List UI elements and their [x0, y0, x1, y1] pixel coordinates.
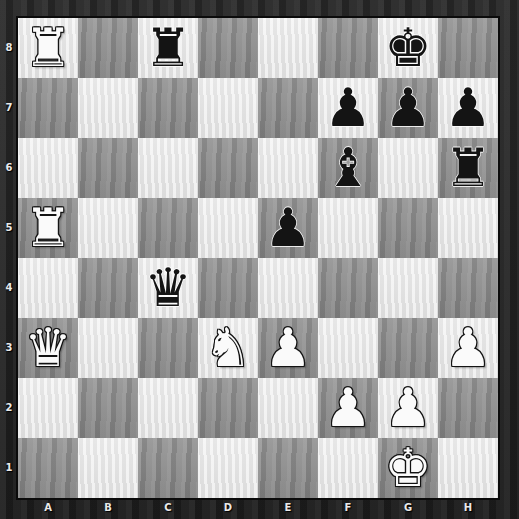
square-g7[interactable]: ♟ [378, 78, 438, 138]
square-e5[interactable]: ♟ [258, 198, 318, 258]
square-h3[interactable]: ♟ [438, 318, 498, 378]
square-e3[interactable]: ♟ [258, 318, 318, 378]
piece-black-pawn-f7[interactable]: ♟ [324, 78, 372, 138]
square-h6[interactable]: ♜ [438, 138, 498, 198]
file-label-c: C [138, 498, 198, 519]
square-a5[interactable]: ♜ [18, 198, 78, 258]
square-h1[interactable] [438, 438, 498, 498]
square-b7[interactable] [78, 78, 138, 138]
piece-white-rook-a8[interactable]: ♜ [24, 18, 72, 78]
square-d7[interactable] [198, 78, 258, 138]
square-g2[interactable]: ♟ [378, 378, 438, 438]
square-c5[interactable] [138, 198, 198, 258]
square-a6[interactable] [18, 138, 78, 198]
square-a3[interactable]: ♛ [18, 318, 78, 378]
rank-label-8: 8 [0, 18, 18, 78]
piece-black-pawn-h7[interactable]: ♟ [444, 78, 492, 138]
square-c7[interactable] [138, 78, 198, 138]
square-c2[interactable] [138, 378, 198, 438]
piece-white-rook-a5[interactable]: ♜ [24, 198, 72, 258]
file-label-h: H [438, 498, 498, 519]
file-label-b: B [78, 498, 138, 519]
piece-white-pawn-h3[interactable]: ♟ [444, 318, 492, 378]
square-d8[interactable] [198, 18, 258, 78]
square-c3[interactable] [138, 318, 198, 378]
square-f8[interactable] [318, 18, 378, 78]
square-a1[interactable] [18, 438, 78, 498]
piece-white-pawn-e3[interactable]: ♟ [264, 318, 312, 378]
rank-label-2: 2 [0, 378, 18, 438]
piece-black-bishop-f6[interactable]: ♝ [324, 138, 372, 198]
square-f7[interactable]: ♟ [318, 78, 378, 138]
square-d3[interactable]: ♞ [198, 318, 258, 378]
rank-label-4: 4 [0, 258, 18, 318]
square-g3[interactable] [378, 318, 438, 378]
square-a4[interactable] [18, 258, 78, 318]
square-f6[interactable]: ♝ [318, 138, 378, 198]
square-d6[interactable] [198, 138, 258, 198]
square-e1[interactable] [258, 438, 318, 498]
square-c8[interactable]: ♜ [138, 18, 198, 78]
square-g5[interactable] [378, 198, 438, 258]
piece-white-pawn-g2[interactable]: ♟ [384, 378, 432, 438]
piece-black-queen-c4[interactable]: ♛ [144, 258, 192, 318]
square-g4[interactable] [378, 258, 438, 318]
square-f5[interactable] [318, 198, 378, 258]
square-g8[interactable]: ♚ [378, 18, 438, 78]
square-b1[interactable] [78, 438, 138, 498]
square-d5[interactable] [198, 198, 258, 258]
square-h7[interactable]: ♟ [438, 78, 498, 138]
rank-label-5: 5 [0, 198, 18, 258]
rank-label-1: 1 [0, 438, 18, 498]
file-label-g: G [378, 498, 438, 519]
square-h4[interactable] [438, 258, 498, 318]
square-b2[interactable] [78, 378, 138, 438]
square-e7[interactable] [258, 78, 318, 138]
piece-black-pawn-e5[interactable]: ♟ [264, 198, 312, 258]
square-c1[interactable] [138, 438, 198, 498]
square-b3[interactable] [78, 318, 138, 378]
rank-label-6: 6 [0, 138, 18, 198]
square-e2[interactable] [258, 378, 318, 438]
square-b8[interactable] [78, 18, 138, 78]
square-g1[interactable]: ♚ [378, 438, 438, 498]
file-label-e: E [258, 498, 318, 519]
square-f1[interactable] [318, 438, 378, 498]
square-g6[interactable] [378, 138, 438, 198]
square-e8[interactable] [258, 18, 318, 78]
square-a7[interactable] [18, 78, 78, 138]
square-c6[interactable] [138, 138, 198, 198]
square-f3[interactable] [318, 318, 378, 378]
square-b6[interactable] [78, 138, 138, 198]
piece-white-king-g1[interactable]: ♚ [384, 438, 432, 498]
piece-white-pawn-f2[interactable]: ♟ [324, 378, 372, 438]
square-e4[interactable] [258, 258, 318, 318]
file-label-a: A [18, 498, 78, 519]
square-b4[interactable] [78, 258, 138, 318]
piece-black-rook-h6[interactable]: ♜ [444, 138, 492, 198]
square-b5[interactable] [78, 198, 138, 258]
piece-white-knight-d3[interactable]: ♞ [204, 318, 252, 378]
square-f2[interactable]: ♟ [318, 378, 378, 438]
chess-board: ♜♜♚♟♟♟♝♜♜♟♛♛♞♟♟♟♟♚ [18, 18, 498, 498]
file-label-d: D [198, 498, 258, 519]
piece-white-queen-a3[interactable]: ♛ [24, 318, 72, 378]
piece-black-king-g8[interactable]: ♚ [384, 18, 432, 78]
square-h2[interactable] [438, 378, 498, 438]
square-a2[interactable] [18, 378, 78, 438]
rank-label-7: 7 [0, 78, 18, 138]
square-d4[interactable] [198, 258, 258, 318]
square-h5[interactable] [438, 198, 498, 258]
piece-black-pawn-g7[interactable]: ♟ [384, 78, 432, 138]
square-e6[interactable] [258, 138, 318, 198]
file-label-f: F [318, 498, 378, 519]
rank-label-3: 3 [0, 318, 18, 378]
chess-board-frame: ♜♜♚♟♟♟♝♜♜♟♛♛♞♟♟♟♟♚ 87654321 ABCDEFGH [0, 0, 519, 519]
piece-black-rook-c8[interactable]: ♜ [144, 18, 192, 78]
square-h8[interactable] [438, 18, 498, 78]
square-f4[interactable] [318, 258, 378, 318]
square-c4[interactable]: ♛ [138, 258, 198, 318]
square-d1[interactable] [198, 438, 258, 498]
square-a8[interactable]: ♜ [18, 18, 78, 78]
square-d2[interactable] [198, 378, 258, 438]
